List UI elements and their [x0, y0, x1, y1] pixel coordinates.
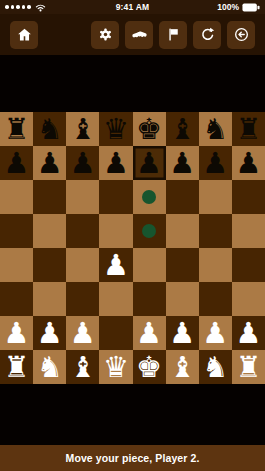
square-h8[interactable]: ♜ — [232, 112, 265, 146]
piece-white-pawn: ♟ — [136, 319, 162, 348]
square-b2[interactable]: ♟ — [33, 316, 66, 350]
square-f4[interactable] — [166, 248, 199, 282]
piece-black-pawn: ♟ — [37, 149, 63, 178]
square-b1[interactable]: ♞ — [33, 350, 66, 384]
resign-button[interactable] — [159, 21, 187, 49]
square-g1[interactable]: ♞ — [199, 350, 232, 384]
status-bar-right: 100% — [217, 0, 260, 16]
square-a3[interactable] — [0, 282, 33, 316]
square-d3[interactable] — [99, 282, 132, 316]
handshake-icon — [131, 26, 148, 43]
square-b8[interactable]: ♞ — [33, 112, 66, 146]
square-e5[interactable] — [133, 214, 166, 248]
piece-black-pawn: ♟ — [4, 149, 30, 178]
piece-white-knight: ♞ — [37, 353, 63, 382]
square-d4[interactable]: ♟ — [99, 248, 132, 282]
piece-white-pawn: ♟ — [4, 319, 30, 348]
square-c4[interactable] — [66, 248, 99, 282]
square-c5[interactable] — [66, 214, 99, 248]
square-g4[interactable] — [199, 248, 232, 282]
square-h3[interactable] — [232, 282, 265, 316]
piece-black-pawn: ♟ — [202, 149, 228, 178]
piece-black-pawn: ♟ — [169, 149, 195, 178]
square-d1[interactable]: ♛ — [99, 350, 132, 384]
piece-white-pawn: ♟ — [37, 319, 63, 348]
square-e7[interactable]: ♟ — [133, 146, 166, 180]
square-a8[interactable]: ♜ — [0, 112, 33, 146]
square-h6[interactable] — [232, 180, 265, 214]
piece-white-pawn: ♟ — [235, 319, 261, 348]
flag-icon — [165, 26, 182, 43]
piece-white-pawn: ♟ — [103, 251, 129, 280]
square-b4[interactable] — [33, 248, 66, 282]
toolbar — [0, 14, 265, 55]
move-hint-dot — [142, 224, 156, 238]
piece-white-king: ♚ — [136, 353, 162, 382]
piece-white-rook: ♜ — [235, 353, 261, 382]
gear-icon — [97, 26, 114, 43]
status-message-bar: Move your piece, Player 2. — [0, 445, 265, 471]
square-d7[interactable]: ♟ — [99, 146, 132, 180]
square-f8[interactable]: ♝ — [166, 112, 199, 146]
square-c6[interactable] — [66, 180, 99, 214]
square-g8[interactable]: ♞ — [199, 112, 232, 146]
piece-white-knight: ♞ — [202, 353, 228, 382]
square-g2[interactable]: ♟ — [199, 316, 232, 350]
exit-button[interactable] — [227, 21, 255, 49]
square-c8[interactable]: ♝ — [66, 112, 99, 146]
square-b5[interactable] — [33, 214, 66, 248]
square-g3[interactable] — [199, 282, 232, 316]
piece-black-pawn: ♟ — [235, 149, 261, 178]
square-h2[interactable]: ♟ — [232, 316, 265, 350]
piece-black-pawn: ♟ — [136, 149, 162, 178]
piece-white-pawn: ♟ — [202, 319, 228, 348]
piece-black-rook: ♜ — [4, 115, 30, 144]
piece-white-rook: ♜ — [4, 353, 30, 382]
square-g6[interactable] — [199, 180, 232, 214]
square-g5[interactable] — [199, 214, 232, 248]
square-d8[interactable]: ♛ — [99, 112, 132, 146]
square-h4[interactable] — [232, 248, 265, 282]
square-b3[interactable] — [33, 282, 66, 316]
square-h1[interactable]: ♜ — [232, 350, 265, 384]
top-spacer — [0, 55, 265, 112]
square-c7[interactable]: ♟ — [66, 146, 99, 180]
square-f3[interactable] — [166, 282, 199, 316]
bottom-spacer — [0, 384, 265, 445]
redo-button[interactable] — [193, 21, 221, 49]
square-e3[interactable] — [133, 282, 166, 316]
square-d6[interactable] — [99, 180, 132, 214]
piece-black-king: ♚ — [136, 115, 162, 144]
square-e2[interactable]: ♟ — [133, 316, 166, 350]
square-f7[interactable]: ♟ — [166, 146, 199, 180]
square-a4[interactable] — [0, 248, 33, 282]
home-button[interactable] — [10, 21, 38, 49]
square-b6[interactable] — [33, 180, 66, 214]
square-e6[interactable] — [133, 180, 166, 214]
piece-black-knight: ♞ — [37, 115, 63, 144]
piece-black-queen: ♛ — [103, 115, 129, 144]
square-d2[interactable] — [99, 316, 132, 350]
piece-white-bishop: ♝ — [169, 353, 195, 382]
square-e4[interactable] — [133, 248, 166, 282]
piece-black-pawn: ♟ — [103, 149, 129, 178]
home-icon — [16, 26, 33, 43]
square-e8[interactable]: ♚ — [133, 112, 166, 146]
battery-icon — [242, 0, 260, 16]
piece-black-pawn: ♟ — [70, 149, 96, 178]
piece-white-bishop: ♝ — [70, 353, 96, 382]
piece-black-knight: ♞ — [202, 115, 228, 144]
square-f1[interactable]: ♝ — [166, 350, 199, 384]
turn-message: Move your piece, Player 2. — [66, 452, 200, 464]
app-root: 9:41 AM 100% ♜♞♝♛♚♝♞♜♟♟♟♟♟♟♟♟♟♟♟♟♟♟♟♟♜♞♝… — [0, 0, 265, 445]
back-circle-icon — [233, 26, 250, 43]
offer-draw-button[interactable] — [125, 21, 153, 49]
square-g7[interactable]: ♟ — [199, 146, 232, 180]
piece-black-bishop: ♝ — [169, 115, 195, 144]
square-b7[interactable]: ♟ — [33, 146, 66, 180]
square-f5[interactable] — [166, 214, 199, 248]
piece-white-pawn: ♟ — [169, 319, 195, 348]
square-h5[interactable] — [232, 214, 265, 248]
square-e1[interactable]: ♚ — [133, 350, 166, 384]
square-c1[interactable]: ♝ — [66, 350, 99, 384]
status-bar: 9:41 AM 100% — [0, 0, 265, 14]
redo-arrow-icon — [199, 26, 216, 43]
square-a7[interactable]: ♟ — [0, 146, 33, 180]
square-c2[interactable]: ♟ — [66, 316, 99, 350]
chess-board: ♜♞♝♛♚♝♞♜♟♟♟♟♟♟♟♟♟♟♟♟♟♟♟♟♜♞♝♛♚♝♞♜ — [0, 112, 265, 384]
piece-white-queen: ♛ — [103, 353, 129, 382]
piece-black-rook: ♜ — [235, 115, 261, 144]
piece-white-pawn: ♟ — [70, 319, 96, 348]
move-hint-dot — [142, 190, 156, 204]
square-a1[interactable]: ♜ — [0, 350, 33, 384]
square-a6[interactable] — [0, 180, 33, 214]
square-f6[interactable] — [166, 180, 199, 214]
square-f2[interactable]: ♟ — [166, 316, 199, 350]
toolbar-left-group — [10, 21, 38, 49]
square-a5[interactable] — [0, 214, 33, 248]
square-h7[interactable]: ♟ — [232, 146, 265, 180]
square-a2[interactable]: ♟ — [0, 316, 33, 350]
piece-black-bishop: ♝ — [70, 115, 96, 144]
settings-button[interactable] — [91, 21, 119, 49]
toolbar-right-group — [91, 21, 255, 49]
square-d5[interactable] — [99, 214, 132, 248]
battery-percent: 100% — [217, 2, 239, 12]
square-c3[interactable] — [66, 282, 99, 316]
